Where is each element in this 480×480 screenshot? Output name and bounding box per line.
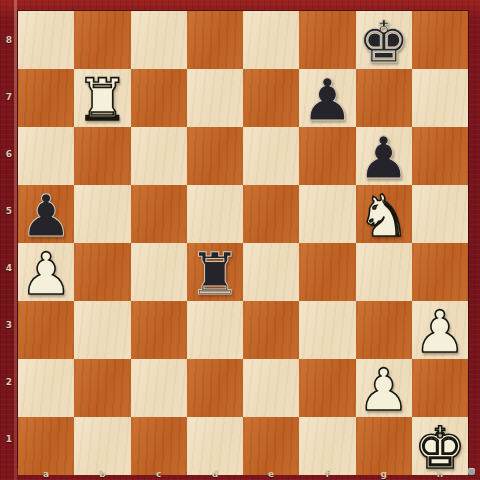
square-c3[interactable] [131, 301, 187, 359]
square-d6[interactable] [187, 127, 243, 185]
square-d8[interactable] [187, 11, 243, 69]
square-f1[interactable] [299, 417, 355, 475]
rank-label-3: 3 [0, 297, 18, 354]
square-f4[interactable] [299, 243, 355, 301]
square-f5[interactable] [299, 185, 355, 243]
square-b8[interactable] [74, 11, 130, 69]
piece-black-pawn-f7[interactable]: ♟ [301, 71, 353, 129]
square-f2[interactable] [299, 359, 355, 417]
square-e4[interactable] [243, 243, 299, 301]
square-f6[interactable] [299, 127, 355, 185]
square-g8[interactable]: ♚ [356, 11, 412, 69]
square-a8[interactable] [18, 11, 74, 69]
square-f3[interactable] [299, 301, 355, 359]
square-h4[interactable] [412, 243, 468, 301]
square-e5[interactable] [243, 185, 299, 243]
rank-label-7: 7 [0, 68, 18, 125]
piece-white-knight-g5[interactable]: ♞ [358, 187, 410, 245]
square-e2[interactable] [243, 359, 299, 417]
square-d4[interactable]: ♜ [187, 243, 243, 301]
piece-black-pawn-g6[interactable]: ♟ [358, 129, 410, 187]
piece-black-king-g8[interactable]: ♚ [358, 13, 410, 71]
square-c4[interactable] [131, 243, 187, 301]
piece-black-pawn-a5[interactable]: ♟ [20, 187, 72, 245]
square-b4[interactable] [74, 243, 130, 301]
chess-board: ♚♜♟♟♟♞♟♜♟♟♚ [18, 11, 468, 468]
square-h3[interactable]: ♟ [412, 301, 468, 359]
square-c2[interactable] [131, 359, 187, 417]
square-h1[interactable]: ♚ [412, 417, 468, 475]
resize-grip-dot [468, 468, 475, 475]
square-g4[interactable] [356, 243, 412, 301]
piece-black-rook-d4[interactable]: ♜ [189, 245, 241, 303]
square-b5[interactable] [74, 185, 130, 243]
square-h8[interactable] [412, 11, 468, 69]
square-g3[interactable] [356, 301, 412, 359]
square-h5[interactable] [412, 185, 468, 243]
rank-label-2: 2 [0, 354, 18, 411]
piece-white-pawn-a4[interactable]: ♟ [20, 245, 72, 303]
square-g7[interactable] [356, 69, 412, 127]
square-a1[interactable] [18, 417, 74, 475]
square-g6[interactable]: ♟ [356, 127, 412, 185]
square-g2[interactable]: ♟ [356, 359, 412, 417]
square-a4[interactable]: ♟ [18, 243, 74, 301]
square-e7[interactable] [243, 69, 299, 127]
square-b1[interactable] [74, 417, 130, 475]
rank-coordinates: 87654321 [0, 11, 18, 468]
square-f7[interactable]: ♟ [299, 69, 355, 127]
chess-board-window: ♚♜♟♟♟♞♟♜♟♟♚ 87654321 abcdefgh [0, 0, 480, 480]
rank-label-1: 1 [0, 411, 18, 468]
square-c5[interactable] [131, 185, 187, 243]
square-c1[interactable] [131, 417, 187, 475]
square-a5[interactable]: ♟ [18, 185, 74, 243]
square-g1[interactable] [356, 417, 412, 475]
square-h2[interactable] [412, 359, 468, 417]
square-a2[interactable] [18, 359, 74, 417]
piece-white-pawn-g2[interactable]: ♟ [358, 361, 410, 419]
rank-label-6: 6 [0, 125, 18, 182]
rank-label-4: 4 [0, 240, 18, 297]
square-d2[interactable] [187, 359, 243, 417]
square-d1[interactable] [187, 417, 243, 475]
square-a3[interactable] [18, 301, 74, 359]
square-b7[interactable]: ♜ [74, 69, 130, 127]
square-d5[interactable] [187, 185, 243, 243]
square-b3[interactable] [74, 301, 130, 359]
square-d7[interactable] [187, 69, 243, 127]
square-e6[interactable] [243, 127, 299, 185]
square-e8[interactable] [243, 11, 299, 69]
piece-white-pawn-h3[interactable]: ♟ [414, 303, 466, 361]
piece-white-king-h1[interactable]: ♚ [414, 419, 466, 477]
square-c8[interactable] [131, 11, 187, 69]
rank-label-8: 8 [0, 11, 18, 68]
square-e1[interactable] [243, 417, 299, 475]
piece-white-rook-b7[interactable]: ♜ [76, 71, 128, 129]
rank-label-5: 5 [0, 182, 18, 239]
square-b6[interactable] [74, 127, 130, 185]
square-f8[interactable] [299, 11, 355, 69]
square-h7[interactable] [412, 69, 468, 127]
square-g5[interactable]: ♞ [356, 185, 412, 243]
square-c7[interactable] [131, 69, 187, 127]
square-a7[interactable] [18, 69, 74, 127]
square-c6[interactable] [131, 127, 187, 185]
square-a6[interactable] [18, 127, 74, 185]
square-h6[interactable] [412, 127, 468, 185]
square-e3[interactable] [243, 301, 299, 359]
square-b2[interactable] [74, 359, 130, 417]
square-d3[interactable] [187, 301, 243, 359]
